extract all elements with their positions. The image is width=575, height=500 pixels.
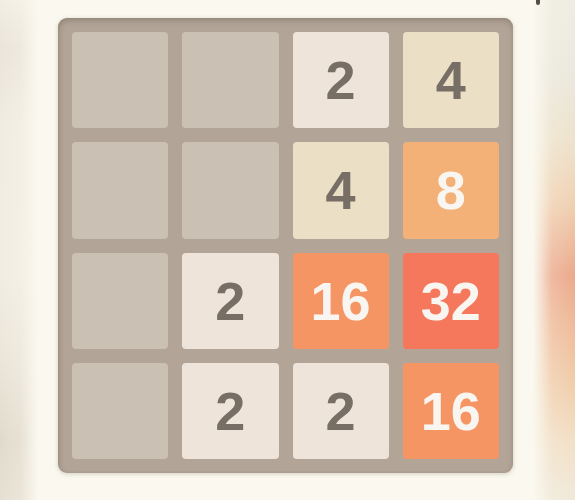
empty-cell-r2c0: [72, 253, 168, 349]
tile-4-r1c2: 4: [293, 142, 389, 238]
tile-2-r0c2: 2: [293, 32, 389, 128]
tile-2-r3c2: 2: [293, 363, 389, 459]
empty-cell-r0c0: [72, 32, 168, 128]
tile-16-r3c3: 16: [403, 363, 499, 459]
tile-8-r1c3: 8: [403, 142, 499, 238]
tile-4-r0c3: 4: [403, 32, 499, 128]
left-blur-band: [0, 0, 38, 500]
board-2048[interactable]: 2448216322216: [58, 18, 513, 473]
empty-cell-r0c1: [182, 32, 278, 128]
tile-32-r2c3: 32: [403, 253, 499, 349]
tile-16-r2c2: 16: [293, 253, 389, 349]
screen-artifact-dot: [536, 0, 540, 5]
tile-2-r2c1: 2: [182, 253, 278, 349]
empty-cell-r1c0: [72, 142, 168, 238]
tile-2-r3c1: 2: [182, 363, 278, 459]
empty-cell-r3c0: [72, 363, 168, 459]
right-blur-band: [533, 0, 575, 500]
game-screen: 2448216322216: [0, 0, 575, 500]
empty-cell-r1c1: [182, 142, 278, 238]
